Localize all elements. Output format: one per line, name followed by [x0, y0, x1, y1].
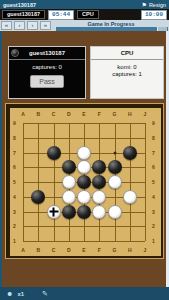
last-move-marker: [49, 207, 58, 216]
coord-label: J: [144, 111, 147, 117]
stone-white: [62, 175, 76, 189]
move-first-button[interactable]: «: [1, 21, 12, 30]
coord-label: D: [67, 111, 71, 117]
stone-black: [62, 205, 76, 219]
resign-button[interactable]: ⚑ Resign: [141, 2, 166, 8]
resign-flag-icon: ⚑: [141, 2, 146, 8]
coord-label: 8: [152, 135, 155, 141]
coord-label: G: [113, 111, 117, 117]
white-captures: captures: 1: [91, 71, 163, 77]
black-panel-header: guest130187: [9, 47, 85, 60]
move-last-button[interactable]: »: [40, 21, 51, 30]
stone-black: [108, 160, 122, 174]
coord-label: C: [52, 111, 56, 117]
stone-white: [77, 160, 91, 174]
stone-white: [108, 175, 122, 189]
coord-label: E: [82, 111, 85, 117]
grid-line: [145, 123, 146, 241]
white-player-name-tag: CPU: [77, 10, 99, 20]
stone-black: [92, 175, 106, 189]
coord-label: 2: [13, 223, 16, 229]
coords-top: ABCDEFGHJ: [23, 111, 145, 117]
stone-black: [77, 175, 91, 189]
coord-label: 6: [13, 164, 16, 170]
coord-label: 3: [152, 209, 155, 215]
game-area: guest130187 captures: 0 Pass CPU komi: 0…: [0, 31, 169, 287]
move-next-button[interactable]: ›: [27, 21, 38, 30]
scrollbar[interactable]: [166, 31, 169, 287]
coord-label: 1: [13, 238, 16, 244]
stone-black: [123, 146, 137, 160]
coord-label: 6: [152, 164, 155, 170]
coord-label: B: [36, 247, 40, 253]
black-stone-icon: [11, 49, 19, 57]
coords-bottom: ABCDEFGHJ: [23, 247, 145, 253]
stone-black: [47, 146, 61, 160]
black-player-clock: 05:44: [48, 10, 74, 20]
stone-white: [92, 205, 106, 219]
coord-label: J: [144, 247, 147, 253]
coord-label: A: [21, 247, 25, 253]
coord-label: 4: [152, 194, 155, 200]
clock-bar: guest130187 05:44 CPU 10:00: [0, 9, 169, 20]
coord-label: B: [36, 111, 40, 117]
navigation-bar: «‹›» Game In Progress: [0, 20, 169, 31]
coord-label: 7: [152, 150, 155, 156]
observers-icon: ☻: [6, 290, 13, 297]
white-panel-header: CPU: [91, 47, 163, 60]
coord-label: 2: [152, 223, 155, 229]
stone-black: [92, 160, 106, 174]
coord-label: 9: [13, 120, 16, 126]
app-window: guest130187 ⚑ Resign guest130187 05:44 C…: [0, 0, 169, 300]
pass-button[interactable]: Pass: [30, 75, 64, 88]
coord-label: 5: [13, 179, 16, 185]
stone-white: [77, 146, 91, 160]
coords-left: 987654321: [13, 123, 19, 241]
black-player-panel: guest130187 captures: 0 Pass: [8, 46, 86, 99]
coord-label: 8: [13, 135, 16, 141]
coord-label: H: [128, 247, 132, 253]
coord-label: 9: [152, 120, 155, 126]
resign-label: Resign: [149, 2, 166, 8]
white-panel-name: CPU: [121, 50, 134, 56]
black-captures: captures: 0: [9, 64, 85, 70]
coord-label: 3: [13, 209, 16, 215]
coord-label: D: [67, 247, 71, 253]
coord-label: H: [128, 111, 132, 117]
coord-label: F: [98, 247, 101, 253]
coord-label: C: [52, 247, 56, 253]
stone-black: [62, 160, 76, 174]
left-edge-trim: [0, 31, 2, 287]
stone-white: [77, 190, 91, 204]
black-panel-name: guest130187: [29, 50, 65, 56]
grid-line: [23, 241, 145, 242]
board-field: ABCDEFGHJ ABCDEFGHJ 987654321 987654321: [10, 108, 161, 256]
coord-label: 7: [13, 150, 16, 156]
coord-label: 1: [152, 238, 155, 244]
black-player-name-tag: guest130187: [2, 10, 45, 20]
stone-white: [123, 190, 137, 204]
grid-line: [23, 226, 145, 227]
logged-in-user: guest130187: [3, 2, 36, 8]
move-nav-buttons: «‹›»: [1, 21, 51, 30]
stone-black: [31, 190, 45, 204]
go-board: ABCDEFGHJ ABCDEFGHJ 987654321 987654321: [5, 103, 164, 259]
stone-white: [92, 190, 106, 204]
coord-label: 4: [13, 194, 16, 200]
board-grid[interactable]: [23, 123, 145, 241]
white-komi: komi: 0: [91, 64, 163, 70]
stone-white: [108, 205, 122, 219]
white-player-panel: CPU komi: 0 captures: 1: [90, 46, 164, 99]
stone-white: [47, 205, 61, 219]
stone-black: [77, 205, 91, 219]
hoshi-point: [113, 151, 116, 154]
coord-label: 5: [152, 179, 155, 185]
stone-white: [62, 190, 76, 204]
bottom-status-bar: ☻ x1 ✎: [0, 287, 169, 300]
edit-icon[interactable]: ✎: [42, 290, 48, 297]
coord-label: G: [113, 247, 117, 253]
coord-label: E: [82, 247, 85, 253]
move-prev-button[interactable]: ‹: [14, 21, 25, 30]
coords-right: 987654321: [152, 123, 158, 241]
grid-line: [130, 123, 131, 241]
coord-label: A: [21, 111, 25, 117]
white-player-clock: 10:00: [141, 10, 167, 20]
top-title-bar: guest130187 ⚑ Resign: [0, 0, 169, 9]
coord-label: F: [98, 111, 101, 117]
observer-count: x1: [17, 291, 24, 297]
